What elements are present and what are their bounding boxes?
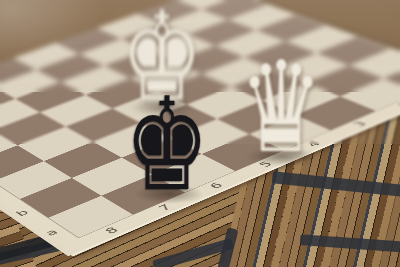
white-queen-piece[interactable]: ♛ (239, 48, 323, 168)
black-king-piece[interactable]: ♚ (125, 84, 210, 206)
chessboard-photo: abcdefgh 87654321 ♚ ♛ ♚ (0, 0, 400, 267)
